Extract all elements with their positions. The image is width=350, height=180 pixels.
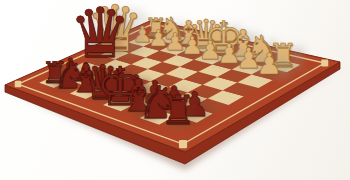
inlay-corner-motif — [150, 21, 156, 27]
chess-set-photo: ♜♞♝♛♚♝♞♜♟♟♟♟♟♟♟♟♟♟♟♟♟♟♟♟♜♞♝♛♚♝♞♜♛♛ — [0, 0, 350, 180]
inlay-corner-motif — [179, 140, 187, 148]
inlay-corner-motif — [321, 60, 328, 67]
inlay-corner-motif — [15, 81, 22, 88]
chess-board — [0, 0, 350, 180]
